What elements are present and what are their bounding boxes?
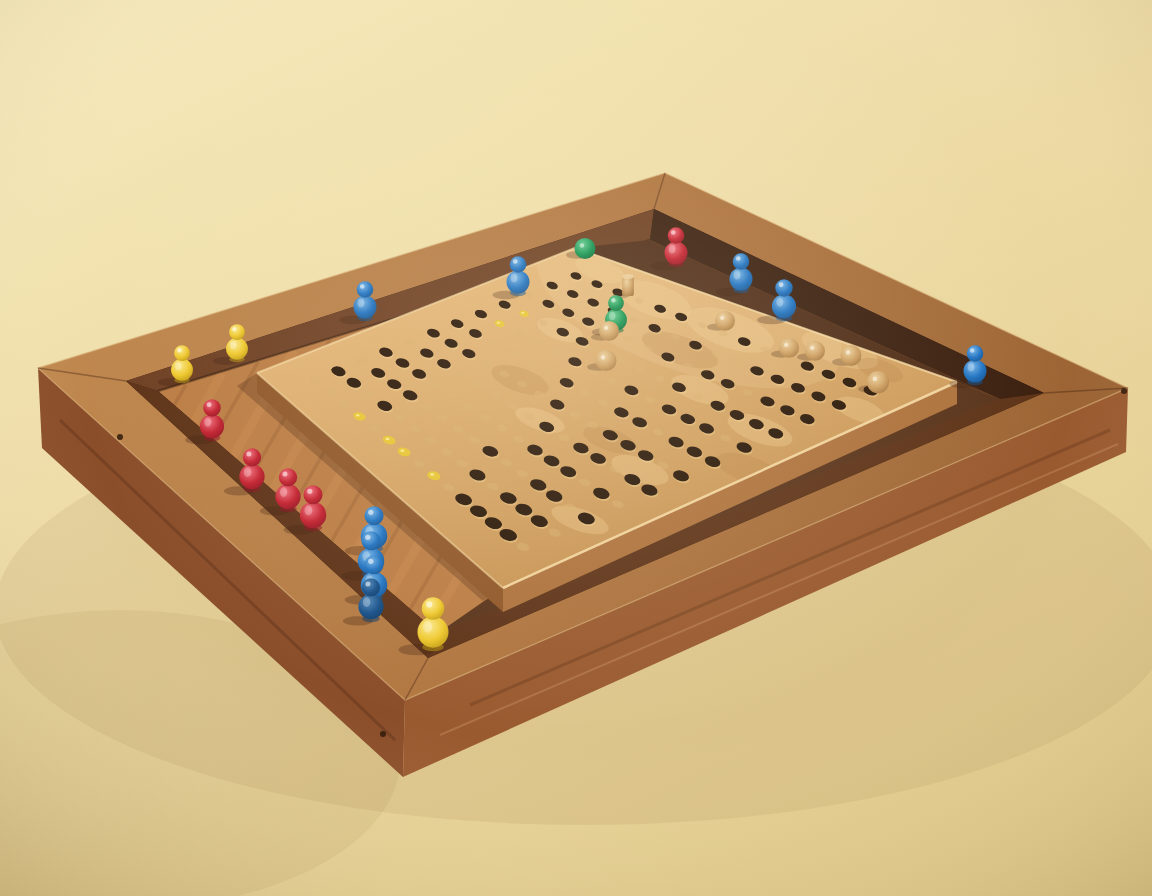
vignette xyxy=(0,0,1152,896)
scene xyxy=(0,0,1152,896)
board-photo xyxy=(0,0,1152,896)
vignette-overlay xyxy=(0,0,1152,896)
